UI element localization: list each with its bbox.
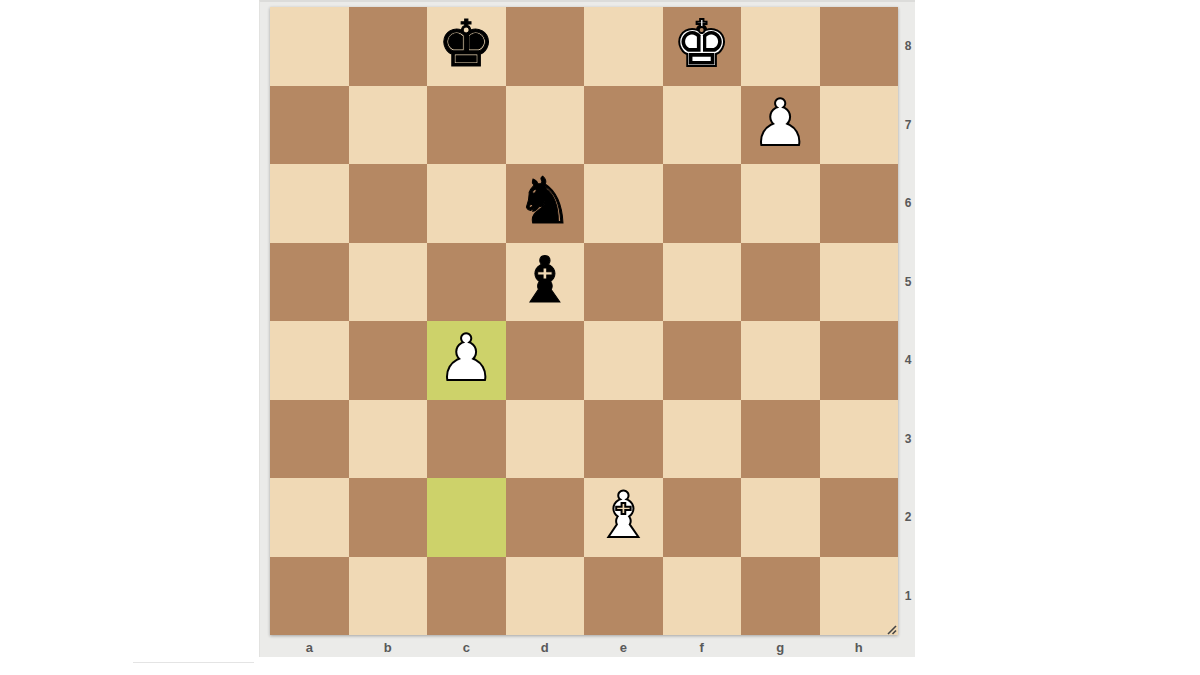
square-b4[interactable] (349, 321, 428, 400)
square-f6[interactable] (663, 164, 742, 243)
square-h8[interactable] (820, 7, 899, 86)
rank-label-3: 3 (900, 400, 916, 479)
square-g8[interactable] (741, 7, 820, 86)
square-g4[interactable] (741, 321, 820, 400)
square-f4[interactable] (663, 321, 742, 400)
square-e5[interactable] (584, 243, 663, 322)
square-e2[interactable]: ♝ (584, 478, 663, 557)
square-a4[interactable] (270, 321, 349, 400)
square-c4[interactable]: ♟ (427, 321, 506, 400)
square-a5[interactable] (270, 243, 349, 322)
square-c8[interactable]: ♚ (427, 7, 506, 86)
rank-label-8: 8 (900, 7, 916, 86)
square-h6[interactable] (820, 164, 899, 243)
square-d7[interactable] (506, 86, 585, 165)
square-b3[interactable] (349, 400, 428, 479)
file-label-g: g (741, 636, 820, 658)
square-g1[interactable] (741, 557, 820, 636)
rank-label-4: 4 (900, 321, 916, 400)
square-d8[interactable] (506, 7, 585, 86)
square-h7[interactable] (820, 86, 899, 165)
square-e1[interactable] (584, 557, 663, 636)
file-label-c: c (427, 636, 506, 658)
square-e7[interactable] (584, 86, 663, 165)
square-h4[interactable] (820, 321, 899, 400)
board-resize-handle-icon[interactable] (884, 622, 897, 635)
square-d6[interactable]: ♞ (506, 164, 585, 243)
piece-black-king[interactable]: ♚ (438, 12, 495, 76)
square-g2[interactable] (741, 478, 820, 557)
square-c1[interactable] (427, 557, 506, 636)
square-h5[interactable] (820, 243, 899, 322)
square-e6[interactable] (584, 164, 663, 243)
piece-black-knight[interactable]: ♞ (516, 169, 573, 233)
file-label-e: e (584, 636, 663, 658)
square-d1[interactable] (506, 557, 585, 636)
square-d5[interactable]: ♝ (506, 243, 585, 322)
square-c2[interactable] (427, 478, 506, 557)
square-f1[interactable] (663, 557, 742, 636)
piece-white-pawn[interactable]: ♟ (438, 326, 495, 390)
square-c5[interactable] (427, 243, 506, 322)
square-b6[interactable] (349, 164, 428, 243)
square-g7[interactable]: ♟ (741, 86, 820, 165)
square-f5[interactable] (663, 243, 742, 322)
piece-white-pawn[interactable]: ♟ (752, 91, 809, 155)
rank-label-1: 1 (900, 557, 916, 636)
square-a8[interactable] (270, 7, 349, 86)
square-c7[interactable] (427, 86, 506, 165)
square-g6[interactable] (741, 164, 820, 243)
square-c6[interactable] (427, 164, 506, 243)
square-b2[interactable] (349, 478, 428, 557)
square-b8[interactable] (349, 7, 428, 86)
piece-white-king[interactable]: ♚ (673, 12, 730, 76)
piece-white-bishop[interactable]: ♝ (595, 483, 652, 547)
file-label-d: d (506, 636, 585, 658)
square-a6[interactable] (270, 164, 349, 243)
rank-label-2: 2 (900, 478, 916, 557)
square-e4[interactable] (584, 321, 663, 400)
square-a2[interactable] (270, 478, 349, 557)
square-a7[interactable] (270, 86, 349, 165)
square-e3[interactable] (584, 400, 663, 479)
square-f8[interactable]: ♚ (663, 7, 742, 86)
square-d3[interactable] (506, 400, 585, 479)
chessboard[interactable]: ♚♚♟♞♝♟♝ (270, 7, 898, 635)
square-h2[interactable] (820, 478, 899, 557)
square-a3[interactable] (270, 400, 349, 479)
square-e8[interactable] (584, 7, 663, 86)
square-g5[interactable] (741, 243, 820, 322)
square-a1[interactable] (270, 557, 349, 636)
file-label-b: b (349, 636, 428, 658)
square-f7[interactable] (663, 86, 742, 165)
page-divider (133, 662, 254, 663)
square-c3[interactable] (427, 400, 506, 479)
piece-black-bishop[interactable]: ♝ (516, 248, 573, 312)
square-b1[interactable] (349, 557, 428, 636)
chessboard-panel: ♚♚♟♞♝♟♝ 87654321 abcdefgh (259, 0, 915, 657)
rank-label-6: 6 (900, 164, 916, 243)
file-label-h: h (820, 636, 899, 658)
rank-label-7: 7 (900, 86, 916, 165)
square-d4[interactable] (506, 321, 585, 400)
square-d2[interactable] (506, 478, 585, 557)
square-h3[interactable] (820, 400, 899, 479)
square-f2[interactable] (663, 478, 742, 557)
square-b5[interactable] (349, 243, 428, 322)
square-f3[interactable] (663, 400, 742, 479)
file-label-a: a (270, 636, 349, 658)
square-g3[interactable] (741, 400, 820, 479)
file-label-f: f (663, 636, 742, 658)
rank-label-5: 5 (900, 243, 916, 322)
square-b7[interactable] (349, 86, 428, 165)
